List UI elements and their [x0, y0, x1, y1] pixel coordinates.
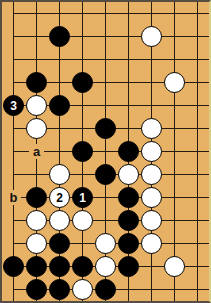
board-point	[71, 140, 94, 163]
board-point	[48, 163, 71, 186]
board-point	[71, 209, 94, 232]
board-point	[117, 140, 140, 163]
go-board-diagram: 3ab21	[0, 0, 211, 303]
board-point	[2, 25, 25, 48]
board-point	[140, 163, 163, 186]
board-point	[94, 163, 117, 186]
board-point	[25, 186, 48, 209]
board-point	[25, 255, 48, 278]
white-stone	[72, 210, 93, 231]
board-point	[117, 71, 140, 94]
board-point	[117, 48, 140, 71]
board-point	[163, 232, 186, 255]
point-label-a: a	[29, 144, 44, 159]
board-point	[2, 232, 25, 255]
board-point	[25, 163, 48, 186]
black-stone	[118, 141, 139, 162]
board-point	[71, 232, 94, 255]
board-point	[163, 117, 186, 140]
board-point	[140, 232, 163, 255]
board-point	[163, 255, 186, 278]
board-point	[48, 25, 71, 48]
board-point	[94, 71, 117, 94]
board-point	[71, 163, 94, 186]
board-point	[48, 140, 71, 163]
board-point	[71, 94, 94, 117]
white-stone	[141, 233, 162, 254]
white-stone	[164, 72, 185, 93]
point-label-b: b	[6, 190, 21, 205]
board-point	[94, 209, 117, 232]
board-point	[25, 2, 48, 25]
board-point	[186, 255, 209, 278]
white-stone	[141, 118, 162, 139]
board-point	[2, 255, 25, 278]
board-point	[117, 232, 140, 255]
white-stone	[141, 187, 162, 208]
board-point	[186, 2, 209, 25]
white-stone	[26, 233, 47, 254]
board-point	[94, 255, 117, 278]
board-point	[2, 117, 25, 140]
white-stone	[164, 256, 185, 277]
board-point	[94, 25, 117, 48]
board-point	[71, 278, 94, 301]
board-point	[140, 94, 163, 117]
move-3-stone: 3	[3, 95, 24, 116]
black-stone	[72, 72, 93, 93]
board-point	[186, 25, 209, 48]
board-point	[186, 94, 209, 117]
black-stone	[118, 187, 139, 208]
board-point	[48, 232, 71, 255]
board-point	[25, 25, 48, 48]
black-stone	[95, 118, 116, 139]
board-point	[2, 48, 25, 71]
board-point	[48, 209, 71, 232]
board-point	[94, 2, 117, 25]
white-stone	[26, 95, 47, 116]
board-point	[94, 278, 117, 301]
board-point	[48, 71, 71, 94]
board-point	[186, 209, 209, 232]
board-point	[25, 94, 48, 117]
board-point	[186, 140, 209, 163]
board-point	[163, 71, 186, 94]
board-point	[94, 186, 117, 209]
board-point	[140, 209, 163, 232]
board-point	[48, 48, 71, 71]
board-point	[25, 71, 48, 94]
black-stone	[95, 164, 116, 185]
board-point	[140, 48, 163, 71]
black-stone	[72, 141, 93, 162]
white-stone	[118, 164, 139, 185]
board-point	[71, 2, 94, 25]
board-point	[71, 71, 94, 94]
board-point	[163, 2, 186, 25]
white-stone	[95, 233, 116, 254]
board-point	[163, 278, 186, 301]
board-point	[117, 209, 140, 232]
board-point	[186, 71, 209, 94]
white-stone	[72, 279, 93, 300]
move-2-stone: 2	[49, 187, 70, 208]
board-point	[163, 140, 186, 163]
black-stone	[49, 95, 70, 116]
board-point	[186, 278, 209, 301]
board-point	[117, 255, 140, 278]
board-point	[140, 140, 163, 163]
white-stone	[95, 256, 116, 277]
board-point	[71, 117, 94, 140]
board-point	[186, 48, 209, 71]
black-stone	[49, 233, 70, 254]
black-stone	[49, 26, 70, 47]
board-point: a	[25, 140, 48, 163]
black-stone	[26, 72, 47, 93]
board-point	[94, 117, 117, 140]
board-point	[25, 209, 48, 232]
black-stone	[118, 210, 139, 231]
white-stone	[26, 210, 47, 231]
board-point	[71, 48, 94, 71]
board-point	[140, 255, 163, 278]
board-point	[140, 186, 163, 209]
board-point	[163, 25, 186, 48]
black-stone	[26, 279, 47, 300]
board-point	[2, 163, 25, 186]
board-point	[186, 117, 209, 140]
board-point: 2	[48, 186, 71, 209]
board-point	[25, 117, 48, 140]
black-stone	[26, 256, 47, 277]
board-point	[117, 94, 140, 117]
black-stone	[118, 256, 139, 277]
black-stone	[3, 256, 24, 277]
board-point	[25, 278, 48, 301]
board-point	[2, 278, 25, 301]
board-point	[140, 25, 163, 48]
white-stone	[141, 164, 162, 185]
board-point	[2, 71, 25, 94]
board-point	[117, 163, 140, 186]
board-point: 1	[71, 186, 94, 209]
board-point	[140, 71, 163, 94]
black-stone	[118, 233, 139, 254]
board-point	[163, 94, 186, 117]
board-point	[48, 255, 71, 278]
board-point	[71, 255, 94, 278]
board-point	[186, 186, 209, 209]
board-point	[117, 186, 140, 209]
board-point: 3	[2, 94, 25, 117]
board-point	[117, 25, 140, 48]
board-point	[117, 2, 140, 25]
board-point	[140, 278, 163, 301]
board-point	[140, 2, 163, 25]
board-point	[94, 94, 117, 117]
board-point	[94, 48, 117, 71]
board-point	[25, 232, 48, 255]
board-point	[71, 25, 94, 48]
board-grid: 3ab21	[2, 2, 209, 301]
black-stone	[49, 279, 70, 300]
board-point	[2, 140, 25, 163]
black-stone	[26, 187, 47, 208]
board-point	[163, 186, 186, 209]
board-point	[140, 117, 163, 140]
white-stone	[49, 164, 70, 185]
white-stone	[49, 210, 70, 231]
board-point	[94, 232, 117, 255]
board-point	[48, 117, 71, 140]
board-point	[117, 117, 140, 140]
white-stone	[141, 26, 162, 47]
board-point	[186, 232, 209, 255]
white-stone	[26, 118, 47, 139]
board-point	[48, 278, 71, 301]
white-stone	[141, 210, 162, 231]
board-point	[48, 94, 71, 117]
board-point	[94, 140, 117, 163]
move-1-stone: 1	[72, 187, 93, 208]
board-point	[163, 48, 186, 71]
black-stone	[95, 279, 116, 300]
black-stone	[72, 256, 93, 277]
board-point	[186, 163, 209, 186]
board-point	[2, 209, 25, 232]
board-point	[25, 48, 48, 71]
board-point	[163, 209, 186, 232]
board-point	[163, 163, 186, 186]
white-stone	[141, 141, 162, 162]
black-stone	[49, 256, 70, 277]
board-point: b	[2, 186, 25, 209]
board-point	[117, 278, 140, 301]
board-point	[48, 2, 71, 25]
board-point	[2, 2, 25, 25]
